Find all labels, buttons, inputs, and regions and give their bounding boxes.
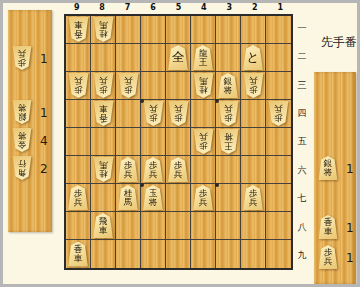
rank-label-四: 四 (295, 99, 309, 127)
square-7六[interactable]: 歩兵 (116, 156, 141, 184)
square-2二[interactable]: と (241, 44, 266, 72)
sente-hand-tray: 銀将1香車1歩兵1 (314, 72, 356, 284)
rank-label-八: 八 (295, 213, 309, 241)
piece-gote-歩兵[interactable]: 歩兵 (218, 101, 239, 126)
square-5八[interactable] (166, 212, 191, 240)
piece-gote-歩兵[interactable]: 歩兵 (168, 101, 189, 126)
gote-hand-tray: 歩兵1銀将1金将4角行2 (8, 10, 52, 232)
piece-sente-玉将[interactable]: 玉将 (143, 185, 164, 210)
hand-count: 1 (346, 162, 354, 176)
square-3七[interactable] (216, 184, 241, 212)
square-2一[interactable] (241, 16, 266, 44)
square-2五[interactable] (241, 128, 266, 156)
square-3一[interactable] (216, 16, 241, 44)
piece-gote-香車[interactable]: 香車 (93, 101, 114, 126)
square-9三[interactable]: 歩兵 (66, 72, 91, 100)
piece-gote-歩兵[interactable]: 歩兵 (268, 101, 289, 126)
square-4六[interactable] (191, 156, 216, 184)
square-9六[interactable] (66, 156, 91, 184)
square-1六[interactable] (266, 156, 291, 184)
square-1九[interactable] (266, 240, 291, 268)
square-9五[interactable] (66, 128, 91, 156)
square-5三[interactable] (166, 72, 191, 100)
square-6五[interactable] (141, 128, 166, 156)
piece-gote-歩兵[interactable]: 歩兵 (93, 73, 114, 98)
square-5九[interactable] (166, 240, 191, 268)
rank-label-九: 九 (295, 242, 309, 270)
square-9四[interactable] (66, 100, 91, 128)
square-2八[interactable] (241, 212, 266, 240)
rank-labels: 一二三四五六七八九 (295, 14, 309, 270)
square-6四[interactable]: 歩兵 (141, 100, 166, 128)
square-8五[interactable] (91, 128, 116, 156)
file-labels: 987654321 (64, 3, 293, 14)
square-8三[interactable]: 歩兵 (91, 72, 116, 100)
piece-sente-飛車[interactable]: 飛車 (93, 213, 114, 238)
square-3三[interactable]: 銀将 (216, 72, 241, 100)
square-8八[interactable]: 飛車 (91, 212, 116, 240)
shogi-app: 987654321 一二三四五六七八九 先手番 香車桂馬全龍王と歩兵歩兵歩兵桂馬… (0, 0, 360, 287)
square-7一[interactable] (116, 16, 141, 44)
rank-label-一: 一 (295, 14, 309, 42)
square-8一[interactable]: 桂馬 (91, 16, 116, 44)
square-9七[interactable]: 歩兵 (66, 184, 91, 212)
piece-sente-歩兵[interactable]: 歩兵 (143, 157, 164, 182)
file-label-8: 8 (89, 3, 114, 14)
square-1七[interactable] (266, 184, 291, 212)
rank-label-六: 六 (295, 156, 309, 184)
square-8九[interactable] (91, 240, 116, 268)
piece-gote-歩兵[interactable]: 歩兵 (193, 129, 214, 154)
piece-sente-桂馬[interactable]: 桂馬 (118, 185, 139, 210)
square-8七[interactable] (91, 184, 116, 212)
square-9一[interactable]: 香車 (66, 16, 91, 44)
square-5一[interactable] (166, 16, 191, 44)
square-4二[interactable]: 龍王 (191, 44, 216, 72)
square-7九[interactable] (116, 240, 141, 268)
square-6六[interactable]: 歩兵 (141, 156, 166, 184)
square-9二[interactable] (66, 44, 91, 72)
hoshi-dot (215, 99, 219, 103)
square-1四[interactable]: 歩兵 (266, 100, 291, 128)
square-9九[interactable]: 香車 (66, 240, 91, 268)
square-8四[interactable]: 香車 (91, 100, 116, 128)
piece-gote-歩兵[interactable]: 歩兵 (143, 101, 164, 126)
square-5七[interactable] (166, 184, 191, 212)
piece-gote-桂馬[interactable]: 桂馬 (93, 157, 114, 182)
hoshi-dot (140, 99, 144, 103)
hoshi-dot (215, 183, 219, 187)
piece-sente-歩兵[interactable]: 歩兵 (193, 185, 214, 210)
square-6二[interactable] (141, 44, 166, 72)
square-3五[interactable]: 王将 (216, 128, 241, 156)
square-1二[interactable] (266, 44, 291, 72)
square-5五[interactable] (166, 128, 191, 156)
square-4九[interactable] (191, 240, 216, 268)
square-7三[interactable]: 歩兵 (116, 72, 141, 100)
square-7五[interactable] (116, 128, 141, 156)
square-9八[interactable] (66, 212, 91, 240)
piece-gote-歩兵[interactable]: 歩兵 (118, 73, 139, 98)
piece-gote-香車[interactable]: 香車 (68, 17, 89, 42)
rank-label-五: 五 (295, 128, 309, 156)
square-3九[interactable] (216, 240, 241, 268)
hand-gote-銀将[interactable]: 銀将1 (12, 100, 50, 126)
square-2三[interactable]: 歩兵 (241, 72, 266, 100)
square-4七[interactable]: 歩兵 (191, 184, 216, 212)
square-2六[interactable] (241, 156, 266, 184)
square-4八[interactable] (191, 212, 216, 240)
file-label-9: 9 (64, 3, 89, 14)
hand-count: 2 (40, 162, 48, 176)
piece-gote-桂馬[interactable]: 桂馬 (193, 73, 214, 98)
square-1五[interactable] (266, 128, 291, 156)
square-4五[interactable]: 歩兵 (191, 128, 216, 156)
hand-sente-香車[interactable]: 香車1 (318, 215, 356, 241)
hand-sente-歩兵[interactable]: 歩兵1 (318, 245, 356, 271)
square-6九[interactable] (141, 240, 166, 268)
square-4四[interactable] (191, 100, 216, 128)
piece-sente-龍王[interactable]: 龍王 (193, 45, 214, 70)
square-7七[interactable]: 桂馬 (116, 184, 141, 212)
square-5四[interactable]: 歩兵 (166, 100, 191, 128)
square-6八[interactable] (141, 212, 166, 240)
hand-sente-銀将[interactable]: 銀将1 (318, 156, 356, 182)
board-grid: 香車桂馬全龍王と歩兵歩兵歩兵桂馬銀将歩兵香車歩兵歩兵歩兵歩兵歩兵王将桂馬歩兵歩兵… (64, 14, 293, 270)
hand-gote-金将[interactable]: 金将4 (12, 128, 50, 154)
piece-gote-桂馬[interactable]: 桂馬 (93, 17, 114, 42)
piece-sente-歩兵[interactable]: 歩兵 (243, 185, 264, 210)
file-label-3: 3 (217, 3, 242, 14)
file-label-5: 5 (166, 3, 191, 14)
square-3二[interactable] (216, 44, 241, 72)
square-3八[interactable] (216, 212, 241, 240)
square-7八[interactable] (116, 212, 141, 240)
file-label-1: 1 (268, 3, 293, 14)
piece-sente-全[interactable]: 全 (168, 45, 189, 70)
square-1一[interactable] (266, 16, 291, 44)
square-3四[interactable]: 歩兵 (216, 100, 241, 128)
square-8六[interactable]: 桂馬 (91, 156, 116, 184)
piece-sente-歩兵[interactable]: 歩兵 (168, 157, 189, 182)
piece-gote-歩兵[interactable]: 歩兵 (68, 73, 89, 98)
file-label-6: 6 (140, 3, 165, 14)
hand-count: 4 (40, 134, 48, 148)
hand-gote-角行[interactable]: 角行2 (12, 156, 50, 182)
hand-count: 1 (346, 251, 354, 265)
square-6三[interactable] (141, 72, 166, 100)
piece-gote-歩兵[interactable]: 歩兵 (243, 73, 264, 98)
square-1三[interactable] (266, 72, 291, 100)
file-label-2: 2 (242, 3, 267, 14)
piece-sente-歩兵[interactable]: 歩兵 (68, 185, 89, 210)
square-1八[interactable] (266, 212, 291, 240)
rank-label-三: 三 (295, 71, 309, 99)
hand-count: 1 (40, 106, 48, 120)
square-3六[interactable] (216, 156, 241, 184)
square-2七[interactable]: 歩兵 (241, 184, 266, 212)
piece-gote-王将[interactable]: 王将 (218, 129, 239, 154)
square-6一[interactable] (141, 16, 166, 44)
file-label-4: 4 (191, 3, 216, 14)
hand-count: 1 (40, 52, 48, 66)
square-4一[interactable] (191, 16, 216, 44)
square-5六[interactable]: 歩兵 (166, 156, 191, 184)
rank-label-七: 七 (295, 185, 309, 213)
hoshi-dot (140, 183, 144, 187)
square-6七[interactable]: 玉将 (141, 184, 166, 212)
piece-sente-銀将[interactable]: 銀将 (218, 73, 239, 98)
square-4三[interactable]: 桂馬 (191, 72, 216, 100)
square-5二[interactable]: 全 (166, 44, 191, 72)
turn-indicator: 先手番 (321, 34, 357, 51)
piece-sente-香車[interactable]: 香車 (68, 242, 89, 267)
square-8二[interactable] (91, 44, 116, 72)
rank-label-二: 二 (295, 42, 309, 70)
square-2九[interactable] (241, 240, 266, 268)
piece-sente-歩兵[interactable]: 歩兵 (118, 157, 139, 182)
piece-sente-と[interactable]: と (243, 45, 264, 70)
square-2四[interactable] (241, 100, 266, 128)
square-7四[interactable] (116, 100, 141, 128)
square-7二[interactable] (116, 44, 141, 72)
file-label-7: 7 (115, 3, 140, 14)
hand-gote-歩兵[interactable]: 歩兵1 (12, 46, 50, 72)
hand-count: 1 (346, 221, 354, 235)
